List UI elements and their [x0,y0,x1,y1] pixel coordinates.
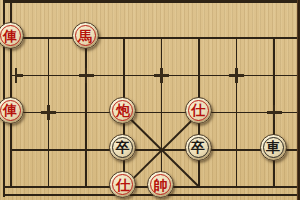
xiangqi-game-screenshot: 俥馬俥炮仕卒卒車仕帥 [0,0,300,200]
piece-black-soldier[interactable]: 卒 [185,134,212,161]
piece-character: 帥 [153,177,167,191]
xiangqi-board: 俥馬俥炮仕卒卒車仕帥 [0,0,300,200]
board-line-file-4 [161,38,163,188]
cannon-point-marker [267,111,282,114]
piece-character: 仕 [191,103,205,117]
piece-red-cannon[interactable]: 炮 [109,97,136,124]
piece-character: 車 [266,140,280,154]
board-line-rank-5 [10,37,297,39]
piece-character: 仕 [116,177,130,191]
piece-character: 炮 [116,103,130,117]
board-line-rank-8 [10,149,297,151]
piece-black-soldier[interactable]: 卒 [109,134,136,161]
piece-character: 俥 [3,103,17,117]
soldier-point-marker [229,74,244,77]
soldier-point-marker [15,74,23,77]
piece-character: 俥 [3,28,17,42]
soldier-point-marker [79,74,94,77]
board-line-rank-4 [3,0,297,3]
piece-red-chariot[interactable]: 俥 [0,97,24,124]
board-line-file-2 [85,38,87,188]
piece-character: 卒 [191,140,205,154]
piece-black-chariot[interactable]: 車 [260,134,287,161]
piece-red-horse[interactable]: 馬 [72,22,99,49]
piece-red-general[interactable]: 帥 [147,171,174,198]
piece-character: 卒 [116,140,130,154]
soldier-point-marker [154,74,169,77]
piece-red-advisor[interactable]: 仕 [185,97,212,124]
cannon-point-marker [41,111,56,114]
board-line-file-6 [236,38,238,188]
board-frame-edge [297,0,300,200]
piece-red-chariot[interactable]: 俥 [0,22,24,49]
piece-character: 馬 [78,28,92,42]
